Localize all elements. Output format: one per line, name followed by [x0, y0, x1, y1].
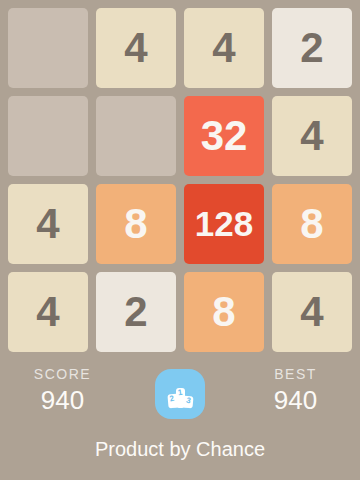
score-block: SCORE 940 [5, 366, 120, 416]
score-value: 940 [5, 385, 120, 416]
podium-step-first: 1 [176, 388, 185, 408]
tile-8-r3c2: 8 [96, 184, 176, 264]
podium-graphic: 2 1 3 [168, 388, 193, 408]
tile-4-r1c3: 4 [184, 8, 264, 88]
tile-8-r3c4: 8 [272, 184, 352, 264]
empty-cell-r2c2 [96, 96, 176, 176]
tile-4-r4c1: 4 [8, 272, 88, 352]
tile-32-r2c3: 32 [184, 96, 264, 176]
best-block: BEST 940 [238, 366, 353, 416]
footer-credit: Product by Chance [0, 438, 360, 461]
empty-cell-r1c1 [8, 8, 88, 88]
tile-4-r2c4: 4 [272, 96, 352, 176]
score-label: SCORE [5, 366, 120, 382]
app-screen: 4423244812884284 SCORE 940 2 1 3 BEST 94… [0, 0, 360, 480]
empty-cell-r2c1 [8, 96, 88, 176]
tile-2-r4c2: 2 [96, 272, 176, 352]
tile-4-r3c1: 4 [8, 184, 88, 264]
tile-4-r4c4: 4 [272, 272, 352, 352]
leaderboard-podium-icon[interactable]: 2 1 3 [155, 369, 205, 419]
tile-4-r1c2: 4 [96, 8, 176, 88]
game-board[interactable]: 4423244812884284 [0, 0, 360, 360]
tile-8-r4c3: 8 [184, 272, 264, 352]
best-value: 940 [238, 385, 353, 416]
tile-128-r3c3: 128 [184, 184, 264, 264]
best-label: BEST [238, 366, 353, 382]
tile-2-r1c4: 2 [272, 8, 352, 88]
